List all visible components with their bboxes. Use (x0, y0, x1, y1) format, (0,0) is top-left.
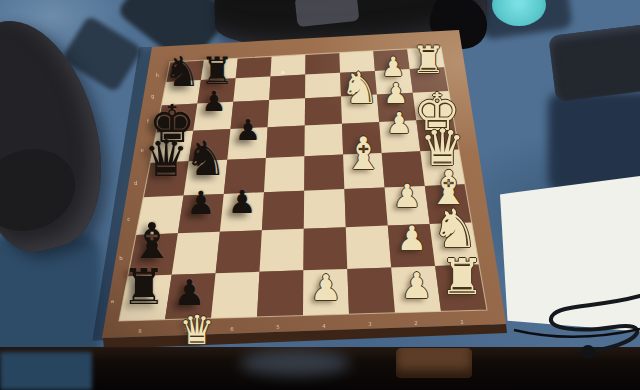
spare-white-queen[interactable]: ♛ (173, 310, 221, 350)
table-edge (0, 347, 640, 390)
photo-scene: 87654321hgfedcba ♜♟♜♞♟♞♟♚♟♟♚♛♝♞♛♝♟♟♟♞♟♝♜… (0, 0, 640, 390)
piece-white-pawn-a2[interactable]: ♟ (395, 268, 438, 304)
piece-white-pawn-c2[interactable]: ♟ (388, 181, 426, 213)
piece-white-rook-g1[interactable]: ♜ (406, 42, 451, 79)
piece-white-bishop-d3[interactable]: ♝ (337, 132, 390, 177)
piece-black-pawn-a7[interactable]: ♟ (168, 275, 211, 311)
piece-white-pawn-a4[interactable]: ♟ (305, 270, 348, 306)
piece-white-knight-f3[interactable]: ♞ (334, 67, 386, 110)
pieces-layer: ♜♟♜♞♟♞♟♚♟♟♚♛♝♞♛♝♟♟♟♞♟♝♜♟♟♟♜♛ (0, 0, 640, 390)
piece-black-queen-d8[interactable]: ♛ (136, 134, 197, 185)
piece-black-pawn-e6[interactable]: ♟ (231, 116, 266, 145)
piece-black-rook-a8[interactable]: ♜ (114, 263, 174, 313)
wooden-box (396, 348, 472, 378)
piece-black-knight-g8[interactable]: ♞ (157, 51, 207, 93)
piece-black-pawn-c6[interactable]: ♟ (223, 187, 261, 219)
piece-black-pawn-c7[interactable]: ♟ (182, 188, 220, 220)
piece-white-pawn-b2[interactable]: ♟ (392, 222, 432, 256)
piece-white-rook-a1[interactable]: ♜ (432, 253, 492, 303)
